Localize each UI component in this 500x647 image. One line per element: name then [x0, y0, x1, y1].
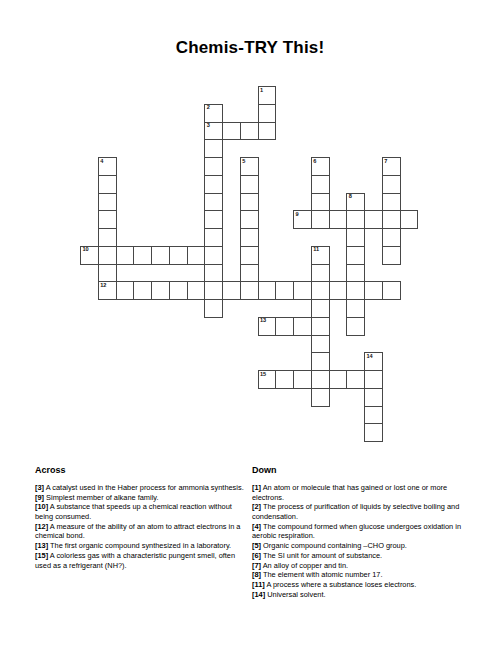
clue-number: 15	[260, 372, 266, 378]
grid-cell[interactable]	[382, 175, 401, 194]
clue-number: 2	[207, 105, 210, 111]
grid-cell[interactable]	[382, 193, 401, 212]
grid-cell[interactable]	[204, 246, 223, 265]
grid-cell[interactable]: 14	[364, 352, 383, 371]
clue-number-label: [10]	[35, 502, 48, 511]
grid-cell[interactable]	[346, 281, 365, 300]
clue-across-10: [10] A substance that speeds up a chemic…	[35, 502, 248, 521]
clue-down-4: [4] The compound formed when glucose und…	[252, 522, 474, 541]
grid-cell[interactable]	[204, 281, 223, 300]
grid-cell[interactable]	[364, 423, 383, 442]
clue-number-label: [3]	[35, 483, 44, 492]
grid-cell[interactable]	[222, 281, 241, 300]
clue-number: 4	[100, 159, 103, 165]
across-clues-list: [3] A catalyst used in the Haber process…	[35, 483, 248, 570]
grid-cell[interactable]	[364, 370, 383, 389]
grid-cell[interactable]	[151, 246, 170, 265]
clue-across-13: [13] The first organic compound synthesi…	[35, 541, 248, 551]
clue-across-3: [3] A catalyst used in the Haber process…	[35, 483, 248, 493]
grid-cell[interactable]	[240, 281, 259, 300]
grid-cell[interactable]	[169, 246, 188, 265]
grid-cell[interactable]	[258, 281, 277, 300]
clue-number: 7	[384, 159, 387, 165]
clue-number: 13	[260, 318, 266, 324]
grid-cell[interactable]	[116, 281, 135, 300]
grid-cell[interactable]	[240, 264, 259, 283]
grid-cell[interactable]	[204, 228, 223, 247]
grid-cell[interactable]	[98, 193, 117, 212]
clue-number: 12	[100, 283, 106, 289]
grid-cell[interactable]: 11	[311, 246, 330, 265]
grid-cell[interactable]: 4	[98, 157, 117, 176]
clue-number: 14	[367, 354, 373, 360]
clue-down-11: [11] A process where a substance loses e…	[252, 580, 474, 590]
grid-cell[interactable]	[98, 175, 117, 194]
grid-cell[interactable]	[400, 210, 419, 229]
grid-cell[interactable]	[346, 264, 365, 283]
clue-number-label: [9]	[35, 493, 44, 502]
grid-cell[interactable]	[240, 228, 259, 247]
clue-down-6: [6] The SI unit for amount of substance.	[252, 551, 474, 561]
clue-number: 5	[242, 159, 245, 165]
grid-cell[interactable]	[346, 246, 365, 265]
grid-cell[interactable]	[311, 317, 330, 336]
clue-number-label: [12]	[35, 522, 48, 531]
grid-cell[interactable]	[204, 175, 223, 194]
grid-cell[interactable]: 9	[293, 210, 312, 229]
grid-cell[interactable]: 6	[311, 157, 330, 176]
clue-number: 10	[83, 247, 89, 253]
puzzle-title: Chemis-TRY This!	[0, 38, 500, 58]
grid-cell[interactable]	[133, 246, 152, 265]
grid-cell[interactable]	[364, 210, 383, 229]
grid-cell[interactable]	[204, 299, 223, 318]
grid-cell[interactable]	[311, 210, 330, 229]
grid-cell[interactable]	[240, 246, 259, 265]
clue-number-label: [14]	[252, 590, 265, 599]
grid-cell[interactable]	[346, 228, 365, 247]
grid-cell[interactable]	[275, 370, 294, 389]
grid-cell[interactable]	[382, 246, 401, 265]
grid-cell[interactable]: 2	[204, 104, 223, 123]
grid-cell[interactable]	[222, 122, 241, 141]
clue-down-1: [1] An atom or molecule that has gained …	[252, 483, 474, 502]
grid-cell[interactable]	[364, 281, 383, 300]
grid-cell[interactable]	[311, 281, 330, 300]
grid-cell[interactable]	[311, 370, 330, 389]
grid-cell[interactable]	[346, 317, 365, 336]
grid-cell[interactable]	[311, 352, 330, 371]
clue-across-12: [12] A measure of the ability of an atom…	[35, 522, 248, 541]
clue-number-label: [8]	[252, 570, 261, 579]
grid-cell[interactable]	[346, 299, 365, 318]
grid-cell[interactable]	[311, 264, 330, 283]
grid-cell[interactable]	[98, 228, 117, 247]
clue-across-9: [9] Simplest member of alkane family.	[35, 493, 248, 503]
crossword-page: Chemis-TRY This! 123456789101112131415 A…	[0, 0, 500, 647]
grid-cell[interactable]: 10	[80, 246, 99, 265]
grid-cell[interactable]	[311, 193, 330, 212]
clue-number-label: [7]	[252, 561, 261, 570]
grid-cell[interactable]	[151, 281, 170, 300]
grid-cell[interactable]	[258, 104, 277, 123]
grid-cell[interactable]	[329, 210, 348, 229]
down-clues-list: [1] An atom or molecule that has gained …	[252, 483, 474, 599]
grid-cell[interactable]	[116, 246, 135, 265]
grid-cell[interactable]	[98, 210, 117, 229]
grid-cell[interactable]	[364, 388, 383, 407]
clue-number: 1	[260, 88, 263, 94]
grid-cell[interactable]	[98, 264, 117, 283]
grid-cell[interactable]	[98, 246, 117, 265]
grid-cell[interactable]	[311, 388, 330, 407]
grid-cell[interactable]	[382, 210, 401, 229]
clue-number-label: [2]	[252, 502, 261, 511]
grid-cell[interactable]	[311, 299, 330, 318]
grid-cell[interactable]: 15	[258, 370, 277, 389]
grid-cell[interactable]	[293, 281, 312, 300]
grid-cell[interactable]	[293, 317, 312, 336]
grid-cell[interactable]	[275, 317, 294, 336]
grid-cell[interactable]	[204, 139, 223, 158]
grid-cell[interactable]	[311, 335, 330, 354]
clue-number: 8	[349, 194, 352, 200]
grid-cell[interactable]	[293, 370, 312, 389]
grid-cell[interactable]	[346, 370, 365, 389]
down-header: Down	[252, 466, 474, 476]
clue-number-label: [6]	[252, 551, 261, 560]
clue-down-14: [14] Universal solvent.	[252, 590, 474, 600]
clue-down-5: [5] Organic compound containing –CHO gro…	[252, 541, 474, 551]
grid-cell[interactable]	[187, 281, 206, 300]
clue-down-8: [8] The element with atomic number 17.	[252, 570, 474, 580]
grid-cell[interactable]	[187, 246, 206, 265]
grid-cell[interactable]	[382, 281, 401, 300]
across-header: Across	[35, 466, 248, 476]
grid-cell[interactable]	[364, 406, 383, 425]
grid-cell[interactable]	[204, 264, 223, 283]
grid-cell[interactable]: 13	[258, 317, 277, 336]
grid-cell[interactable]: 3	[204, 122, 223, 141]
clue-down-7: [7] An alloy of copper and tin.	[252, 561, 474, 571]
clue-number-label: [5]	[252, 541, 261, 550]
grid-cell[interactable]	[329, 281, 348, 300]
grid-cell[interactable]: 8	[346, 193, 365, 212]
clue-number: 11	[313, 247, 319, 253]
clue-number: 3	[207, 123, 210, 129]
grid-cell[interactable]	[346, 210, 365, 229]
grid-cell[interactable]	[169, 281, 188, 300]
grid-cell[interactable]	[204, 157, 223, 176]
clue-across-15: [15] A colorless gas with a characterist…	[35, 551, 248, 570]
grid-cell[interactable]: 12	[98, 281, 117, 300]
down-clues-column: Down [1] An atom or molecule that has ga…	[252, 466, 474, 599]
clue-number: 9	[296, 212, 299, 218]
grid-cell[interactable]: 5	[240, 157, 259, 176]
grid-cell[interactable]	[204, 193, 223, 212]
clue-number-label: [15]	[35, 551, 48, 560]
clue-number-label: [13]	[35, 541, 48, 550]
grid-cell[interactable]	[240, 175, 259, 194]
grid-cell[interactable]	[133, 281, 152, 300]
grid-cell[interactable]	[240, 193, 259, 212]
grid-cell[interactable]	[382, 228, 401, 247]
clue-number: 6	[313, 159, 316, 165]
grid-cell[interactable]	[240, 122, 259, 141]
grid-cell[interactable]: 1	[258, 86, 277, 105]
grid-cell[interactable]: 7	[382, 157, 401, 176]
clue-down-2: [2] The process of purification of liqui…	[252, 502, 474, 521]
grid-cell[interactable]	[258, 122, 277, 141]
clue-number-label: [4]	[252, 522, 261, 531]
grid-cell[interactable]	[329, 370, 348, 389]
grid-cell[interactable]	[204, 210, 223, 229]
clue-number-label: [11]	[252, 580, 265, 589]
grid-cell[interactable]	[311, 175, 330, 194]
crossword-grid: 123456789101112131415	[80, 86, 419, 443]
grid-cell[interactable]	[275, 281, 294, 300]
clue-number-label: [1]	[252, 483, 261, 492]
across-clues-column: Across [3] A catalyst used in the Haber …	[35, 466, 248, 570]
grid-cell[interactable]	[240, 210, 259, 229]
